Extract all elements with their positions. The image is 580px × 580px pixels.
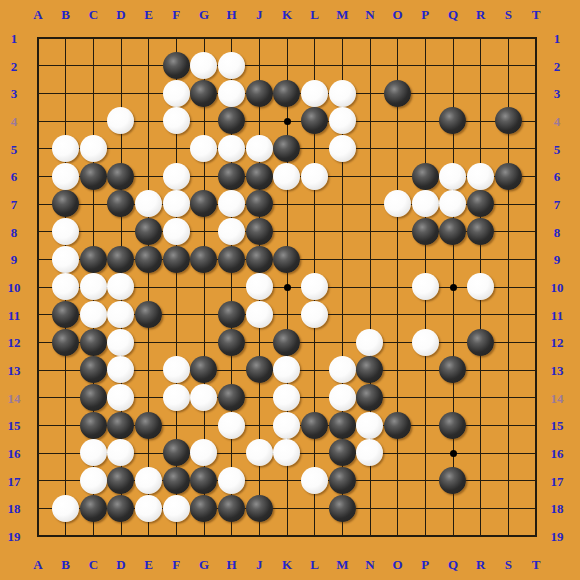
cell-G3[interactable] bbox=[190, 79, 218, 107]
cell-G13[interactable] bbox=[190, 356, 218, 384]
cell-R13[interactable] bbox=[467, 356, 495, 384]
cell-F17[interactable] bbox=[162, 467, 190, 495]
cell-T11[interactable] bbox=[522, 301, 550, 329]
cell-J1[interactable] bbox=[245, 24, 273, 52]
cell-M2[interactable] bbox=[328, 52, 356, 80]
cell-K2[interactable] bbox=[273, 52, 301, 80]
cell-B15[interactable] bbox=[52, 411, 80, 439]
cell-L6[interactable] bbox=[301, 162, 329, 190]
cell-S5[interactable] bbox=[494, 135, 522, 163]
cell-D18[interactable] bbox=[107, 494, 135, 522]
cell-O5[interactable] bbox=[384, 135, 412, 163]
cell-E19[interactable] bbox=[135, 522, 163, 550]
cell-J3[interactable] bbox=[245, 79, 273, 107]
cell-R3[interactable] bbox=[467, 79, 495, 107]
cell-H4[interactable] bbox=[218, 107, 246, 135]
cell-E8[interactable] bbox=[135, 218, 163, 246]
cell-D7[interactable] bbox=[107, 190, 135, 218]
cell-K3[interactable] bbox=[273, 79, 301, 107]
cell-N16[interactable] bbox=[356, 439, 384, 467]
cell-T6[interactable] bbox=[522, 162, 550, 190]
cell-J15[interactable] bbox=[245, 411, 273, 439]
cell-D12[interactable] bbox=[107, 328, 135, 356]
cell-R2[interactable] bbox=[467, 52, 495, 80]
cell-L4[interactable] bbox=[301, 107, 329, 135]
cell-R16[interactable] bbox=[467, 439, 495, 467]
cell-J13[interactable] bbox=[245, 356, 273, 384]
cell-T13[interactable] bbox=[522, 356, 550, 384]
cell-R15[interactable] bbox=[467, 411, 495, 439]
cell-S16[interactable] bbox=[494, 439, 522, 467]
cell-A1[interactable] bbox=[24, 24, 52, 52]
cell-M9[interactable] bbox=[328, 245, 356, 273]
cell-J19[interactable] bbox=[245, 522, 273, 550]
cell-N1[interactable] bbox=[356, 24, 384, 52]
cell-B4[interactable] bbox=[52, 107, 80, 135]
cell-Q4[interactable] bbox=[439, 107, 467, 135]
cell-Q14[interactable] bbox=[439, 384, 467, 412]
cell-A15[interactable] bbox=[24, 411, 52, 439]
cell-T3[interactable] bbox=[522, 79, 550, 107]
cell-T10[interactable] bbox=[522, 273, 550, 301]
cell-R8[interactable] bbox=[467, 218, 495, 246]
cell-N19[interactable] bbox=[356, 522, 384, 550]
cell-D8[interactable] bbox=[107, 218, 135, 246]
cell-P2[interactable] bbox=[411, 52, 439, 80]
cell-D2[interactable] bbox=[107, 52, 135, 80]
cell-O3[interactable] bbox=[384, 79, 412, 107]
cell-J16[interactable] bbox=[245, 439, 273, 467]
cell-E15[interactable] bbox=[135, 411, 163, 439]
cell-E2[interactable] bbox=[135, 52, 163, 80]
cell-R9[interactable] bbox=[467, 245, 495, 273]
cell-E7[interactable] bbox=[135, 190, 163, 218]
cell-G15[interactable] bbox=[190, 411, 218, 439]
cell-G18[interactable] bbox=[190, 494, 218, 522]
cell-C8[interactable] bbox=[79, 218, 107, 246]
cell-D14[interactable] bbox=[107, 384, 135, 412]
cell-G12[interactable] bbox=[190, 328, 218, 356]
cell-C10[interactable] bbox=[79, 273, 107, 301]
cell-S13[interactable] bbox=[494, 356, 522, 384]
cell-J2[interactable] bbox=[245, 52, 273, 80]
cell-K8[interactable] bbox=[273, 218, 301, 246]
cell-T5[interactable] bbox=[522, 135, 550, 163]
cell-R18[interactable] bbox=[467, 494, 495, 522]
cell-O18[interactable] bbox=[384, 494, 412, 522]
cell-R1[interactable] bbox=[467, 24, 495, 52]
cell-R6[interactable] bbox=[467, 162, 495, 190]
cell-M4[interactable] bbox=[328, 107, 356, 135]
cell-H5[interactable] bbox=[218, 135, 246, 163]
cell-H13[interactable] bbox=[218, 356, 246, 384]
cell-H14[interactable] bbox=[218, 384, 246, 412]
cell-E11[interactable] bbox=[135, 301, 163, 329]
cell-K16[interactable] bbox=[273, 439, 301, 467]
cell-D1[interactable] bbox=[107, 24, 135, 52]
cell-C9[interactable] bbox=[79, 245, 107, 273]
cell-Q5[interactable] bbox=[439, 135, 467, 163]
cell-T15[interactable] bbox=[522, 411, 550, 439]
cell-A13[interactable] bbox=[24, 356, 52, 384]
cell-B11[interactable] bbox=[52, 301, 80, 329]
cell-A19[interactable] bbox=[24, 522, 52, 550]
cell-R14[interactable] bbox=[467, 384, 495, 412]
cell-O11[interactable] bbox=[384, 301, 412, 329]
cell-N4[interactable] bbox=[356, 107, 384, 135]
cell-H18[interactable] bbox=[218, 494, 246, 522]
cell-O13[interactable] bbox=[384, 356, 412, 384]
cell-O4[interactable] bbox=[384, 107, 412, 135]
cell-F9[interactable] bbox=[162, 245, 190, 273]
cell-G16[interactable] bbox=[190, 439, 218, 467]
cell-L11[interactable] bbox=[301, 301, 329, 329]
cell-R17[interactable] bbox=[467, 467, 495, 495]
cell-Q13[interactable] bbox=[439, 356, 467, 384]
cell-Q10[interactable] bbox=[439, 273, 467, 301]
cell-N13[interactable] bbox=[356, 356, 384, 384]
cell-B12[interactable] bbox=[52, 328, 80, 356]
cell-Q15[interactable] bbox=[439, 411, 467, 439]
cell-F19[interactable] bbox=[162, 522, 190, 550]
cell-T4[interactable] bbox=[522, 107, 550, 135]
cell-F11[interactable] bbox=[162, 301, 190, 329]
cell-Q19[interactable] bbox=[439, 522, 467, 550]
cell-G9[interactable] bbox=[190, 245, 218, 273]
cell-C18[interactable] bbox=[79, 494, 107, 522]
cell-Q12[interactable] bbox=[439, 328, 467, 356]
cell-E18[interactable] bbox=[135, 494, 163, 522]
cell-P13[interactable] bbox=[411, 356, 439, 384]
cell-M12[interactable] bbox=[328, 328, 356, 356]
cell-P12[interactable] bbox=[411, 328, 439, 356]
cell-G19[interactable] bbox=[190, 522, 218, 550]
cell-T8[interactable] bbox=[522, 218, 550, 246]
cell-T9[interactable] bbox=[522, 245, 550, 273]
cell-S2[interactable] bbox=[494, 52, 522, 80]
cell-P7[interactable] bbox=[411, 190, 439, 218]
cell-Q18[interactable] bbox=[439, 494, 467, 522]
cell-K14[interactable] bbox=[273, 384, 301, 412]
cell-M16[interactable] bbox=[328, 439, 356, 467]
cell-F7[interactable] bbox=[162, 190, 190, 218]
cell-H7[interactable] bbox=[218, 190, 246, 218]
cell-A9[interactable] bbox=[24, 245, 52, 273]
cell-E1[interactable] bbox=[135, 24, 163, 52]
cell-G7[interactable] bbox=[190, 190, 218, 218]
cell-F14[interactable] bbox=[162, 384, 190, 412]
cell-H17[interactable] bbox=[218, 467, 246, 495]
cell-F1[interactable] bbox=[162, 24, 190, 52]
cell-O17[interactable] bbox=[384, 467, 412, 495]
cell-P17[interactable] bbox=[411, 467, 439, 495]
cell-R4[interactable] bbox=[467, 107, 495, 135]
cell-Q9[interactable] bbox=[439, 245, 467, 273]
cell-B13[interactable] bbox=[52, 356, 80, 384]
cell-P4[interactable] bbox=[411, 107, 439, 135]
cell-M5[interactable] bbox=[328, 135, 356, 163]
cell-P6[interactable] bbox=[411, 162, 439, 190]
cell-S8[interactable] bbox=[494, 218, 522, 246]
cell-E5[interactable] bbox=[135, 135, 163, 163]
cell-E13[interactable] bbox=[135, 356, 163, 384]
cell-C19[interactable] bbox=[79, 522, 107, 550]
cell-P3[interactable] bbox=[411, 79, 439, 107]
cell-M6[interactable] bbox=[328, 162, 356, 190]
cell-J14[interactable] bbox=[245, 384, 273, 412]
cell-D16[interactable] bbox=[107, 439, 135, 467]
cell-R10[interactable] bbox=[467, 273, 495, 301]
cell-J6[interactable] bbox=[245, 162, 273, 190]
cell-F15[interactable] bbox=[162, 411, 190, 439]
cell-G8[interactable] bbox=[190, 218, 218, 246]
cell-C17[interactable] bbox=[79, 467, 107, 495]
cell-C3[interactable] bbox=[79, 79, 107, 107]
cell-B17[interactable] bbox=[52, 467, 80, 495]
cell-N12[interactable] bbox=[356, 328, 384, 356]
cell-A3[interactable] bbox=[24, 79, 52, 107]
cell-M11[interactable] bbox=[328, 301, 356, 329]
cell-M18[interactable] bbox=[328, 494, 356, 522]
cell-P18[interactable] bbox=[411, 494, 439, 522]
cell-H2[interactable] bbox=[218, 52, 246, 80]
cell-A10[interactable] bbox=[24, 273, 52, 301]
cell-R5[interactable] bbox=[467, 135, 495, 163]
cell-C11[interactable] bbox=[79, 301, 107, 329]
cell-O15[interactable] bbox=[384, 411, 412, 439]
cell-H10[interactable] bbox=[218, 273, 246, 301]
cell-A16[interactable] bbox=[24, 439, 52, 467]
cell-F10[interactable] bbox=[162, 273, 190, 301]
cell-D15[interactable] bbox=[107, 411, 135, 439]
cell-B1[interactable] bbox=[52, 24, 80, 52]
cell-D5[interactable] bbox=[107, 135, 135, 163]
cell-S9[interactable] bbox=[494, 245, 522, 273]
cell-K6[interactable] bbox=[273, 162, 301, 190]
cell-E16[interactable] bbox=[135, 439, 163, 467]
cell-C12[interactable] bbox=[79, 328, 107, 356]
cell-N15[interactable] bbox=[356, 411, 384, 439]
cell-D11[interactable] bbox=[107, 301, 135, 329]
cell-B9[interactable] bbox=[52, 245, 80, 273]
cell-R7[interactable] bbox=[467, 190, 495, 218]
cell-S15[interactable] bbox=[494, 411, 522, 439]
cell-G1[interactable] bbox=[190, 24, 218, 52]
cell-H19[interactable] bbox=[218, 522, 246, 550]
cell-K4[interactable] bbox=[273, 107, 301, 135]
cell-H3[interactable] bbox=[218, 79, 246, 107]
cell-D13[interactable] bbox=[107, 356, 135, 384]
cell-J8[interactable] bbox=[245, 218, 273, 246]
cell-O1[interactable] bbox=[384, 24, 412, 52]
cell-B10[interactable] bbox=[52, 273, 80, 301]
cell-B2[interactable] bbox=[52, 52, 80, 80]
cell-L10[interactable] bbox=[301, 273, 329, 301]
cell-K15[interactable] bbox=[273, 411, 301, 439]
cell-J12[interactable] bbox=[245, 328, 273, 356]
cell-M19[interactable] bbox=[328, 522, 356, 550]
cell-E6[interactable] bbox=[135, 162, 163, 190]
cell-O16[interactable] bbox=[384, 439, 412, 467]
cell-Q8[interactable] bbox=[439, 218, 467, 246]
cell-B8[interactable] bbox=[52, 218, 80, 246]
cell-B14[interactable] bbox=[52, 384, 80, 412]
cell-F18[interactable] bbox=[162, 494, 190, 522]
cell-C7[interactable] bbox=[79, 190, 107, 218]
cell-F6[interactable] bbox=[162, 162, 190, 190]
cell-T18[interactable] bbox=[522, 494, 550, 522]
cell-G11[interactable] bbox=[190, 301, 218, 329]
cell-P14[interactable] bbox=[411, 384, 439, 412]
cell-T19[interactable] bbox=[522, 522, 550, 550]
cell-C4[interactable] bbox=[79, 107, 107, 135]
cell-N9[interactable] bbox=[356, 245, 384, 273]
cell-S17[interactable] bbox=[494, 467, 522, 495]
cell-S19[interactable] bbox=[494, 522, 522, 550]
cell-J10[interactable] bbox=[245, 273, 273, 301]
cell-P9[interactable] bbox=[411, 245, 439, 273]
cell-G10[interactable] bbox=[190, 273, 218, 301]
cell-K19[interactable] bbox=[273, 522, 301, 550]
cell-O14[interactable] bbox=[384, 384, 412, 412]
cell-C15[interactable] bbox=[79, 411, 107, 439]
cell-L8[interactable] bbox=[301, 218, 329, 246]
cell-G17[interactable] bbox=[190, 467, 218, 495]
cell-C2[interactable] bbox=[79, 52, 107, 80]
cell-L16[interactable] bbox=[301, 439, 329, 467]
cell-L18[interactable] bbox=[301, 494, 329, 522]
cell-H6[interactable] bbox=[218, 162, 246, 190]
cell-T7[interactable] bbox=[522, 190, 550, 218]
cell-E14[interactable] bbox=[135, 384, 163, 412]
cell-E4[interactable] bbox=[135, 107, 163, 135]
cell-K10[interactable] bbox=[273, 273, 301, 301]
cell-B3[interactable] bbox=[52, 79, 80, 107]
cell-N6[interactable] bbox=[356, 162, 384, 190]
cell-E10[interactable] bbox=[135, 273, 163, 301]
cell-J5[interactable] bbox=[245, 135, 273, 163]
cell-M3[interactable] bbox=[328, 79, 356, 107]
cell-N8[interactable] bbox=[356, 218, 384, 246]
cell-O7[interactable] bbox=[384, 190, 412, 218]
cell-C1[interactable] bbox=[79, 24, 107, 52]
cell-F3[interactable] bbox=[162, 79, 190, 107]
cell-D6[interactable] bbox=[107, 162, 135, 190]
cell-K9[interactable] bbox=[273, 245, 301, 273]
cell-N14[interactable] bbox=[356, 384, 384, 412]
cell-M8[interactable] bbox=[328, 218, 356, 246]
cell-C14[interactable] bbox=[79, 384, 107, 412]
cell-J9[interactable] bbox=[245, 245, 273, 273]
cell-A17[interactable] bbox=[24, 467, 52, 495]
cell-S4[interactable] bbox=[494, 107, 522, 135]
cell-Q11[interactable] bbox=[439, 301, 467, 329]
cell-B5[interactable] bbox=[52, 135, 80, 163]
cell-Q6[interactable] bbox=[439, 162, 467, 190]
cell-S12[interactable] bbox=[494, 328, 522, 356]
cell-A4[interactable] bbox=[24, 107, 52, 135]
cell-D4[interactable] bbox=[107, 107, 135, 135]
cell-O9[interactable] bbox=[384, 245, 412, 273]
cell-A6[interactable] bbox=[24, 162, 52, 190]
cell-K13[interactable] bbox=[273, 356, 301, 384]
cell-G14[interactable] bbox=[190, 384, 218, 412]
cell-T12[interactable] bbox=[522, 328, 550, 356]
cell-N7[interactable] bbox=[356, 190, 384, 218]
cell-L9[interactable] bbox=[301, 245, 329, 273]
cell-L1[interactable] bbox=[301, 24, 329, 52]
cell-C6[interactable] bbox=[79, 162, 107, 190]
cell-H8[interactable] bbox=[218, 218, 246, 246]
cell-P10[interactable] bbox=[411, 273, 439, 301]
cell-P11[interactable] bbox=[411, 301, 439, 329]
cell-N17[interactable] bbox=[356, 467, 384, 495]
cell-L13[interactable] bbox=[301, 356, 329, 384]
cell-S14[interactable] bbox=[494, 384, 522, 412]
cell-S3[interactable] bbox=[494, 79, 522, 107]
cell-N11[interactable] bbox=[356, 301, 384, 329]
cell-M15[interactable] bbox=[328, 411, 356, 439]
cell-A14[interactable] bbox=[24, 384, 52, 412]
cell-E9[interactable] bbox=[135, 245, 163, 273]
cell-H15[interactable] bbox=[218, 411, 246, 439]
cell-H16[interactable] bbox=[218, 439, 246, 467]
cell-O8[interactable] bbox=[384, 218, 412, 246]
cell-H1[interactable] bbox=[218, 24, 246, 52]
cell-P5[interactable] bbox=[411, 135, 439, 163]
cell-A8[interactable] bbox=[24, 218, 52, 246]
cell-G5[interactable] bbox=[190, 135, 218, 163]
cell-F8[interactable] bbox=[162, 218, 190, 246]
cell-D10[interactable] bbox=[107, 273, 135, 301]
cell-F12[interactable] bbox=[162, 328, 190, 356]
cell-B16[interactable] bbox=[52, 439, 80, 467]
cell-O6[interactable] bbox=[384, 162, 412, 190]
cell-J7[interactable] bbox=[245, 190, 273, 218]
cell-L12[interactable] bbox=[301, 328, 329, 356]
cell-A11[interactable] bbox=[24, 301, 52, 329]
cell-S6[interactable] bbox=[494, 162, 522, 190]
cell-L2[interactable] bbox=[301, 52, 329, 80]
cell-K17[interactable] bbox=[273, 467, 301, 495]
cell-Q3[interactable] bbox=[439, 79, 467, 107]
cell-B7[interactable] bbox=[52, 190, 80, 218]
cell-D17[interactable] bbox=[107, 467, 135, 495]
cell-D3[interactable] bbox=[107, 79, 135, 107]
cell-L14[interactable] bbox=[301, 384, 329, 412]
cell-J11[interactable] bbox=[245, 301, 273, 329]
cell-S18[interactable] bbox=[494, 494, 522, 522]
cell-L17[interactable] bbox=[301, 467, 329, 495]
cell-M1[interactable] bbox=[328, 24, 356, 52]
cell-O19[interactable] bbox=[384, 522, 412, 550]
cell-J17[interactable] bbox=[245, 467, 273, 495]
cell-A5[interactable] bbox=[24, 135, 52, 163]
cell-T2[interactable] bbox=[522, 52, 550, 80]
cell-N10[interactable] bbox=[356, 273, 384, 301]
cell-M10[interactable] bbox=[328, 273, 356, 301]
cell-Q2[interactable] bbox=[439, 52, 467, 80]
cell-H9[interactable] bbox=[218, 245, 246, 273]
cell-M13[interactable] bbox=[328, 356, 356, 384]
cell-L7[interactable] bbox=[301, 190, 329, 218]
cell-T17[interactable] bbox=[522, 467, 550, 495]
cell-B19[interactable] bbox=[52, 522, 80, 550]
cell-N2[interactable] bbox=[356, 52, 384, 80]
cell-K5[interactable] bbox=[273, 135, 301, 163]
cell-F16[interactable] bbox=[162, 439, 190, 467]
cell-P8[interactable] bbox=[411, 218, 439, 246]
